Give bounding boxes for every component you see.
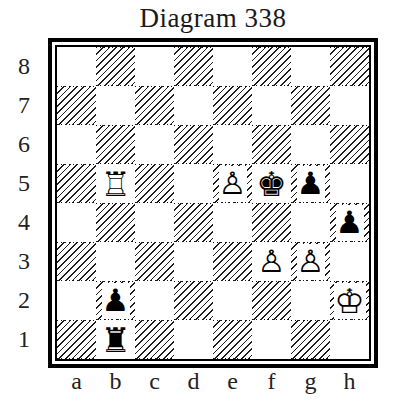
rank-label-6: 6 [8, 125, 40, 164]
square-d2 [174, 281, 213, 320]
square-g1 [291, 320, 330, 359]
square-d5 [174, 164, 213, 203]
file-label-d: d [174, 368, 213, 395]
file-label-a: a [57, 368, 96, 395]
board-border: ♖♙♚♟♟♙♙♟♔♜ [48, 38, 378, 368]
square-h1 [330, 320, 369, 359]
square-e8 [213, 47, 252, 86]
square-c7 [135, 86, 174, 125]
square-b8 [96, 47, 135, 86]
square-h2: ♔ [330, 281, 369, 320]
square-b3 [96, 242, 135, 281]
chess-board: ♖♙♚♟♟♙♙♟♔♜ [55, 45, 371, 361]
square-b2: ♟ [96, 281, 135, 320]
square-g6 [291, 125, 330, 164]
square-f4 [252, 203, 291, 242]
square-a7 [57, 86, 96, 125]
square-d7 [174, 86, 213, 125]
white-rook: ♖ [100, 166, 132, 202]
square-f8 [252, 47, 291, 86]
square-b1: ♜ [96, 320, 135, 359]
square-g8 [291, 47, 330, 86]
diagram-title: Diagram 338 [48, 3, 378, 34]
square-a5 [57, 164, 96, 203]
square-c5 [135, 164, 174, 203]
square-h5 [330, 164, 369, 203]
white-pawn: ♙ [297, 244, 325, 280]
rank-labels: 87654321 [8, 47, 40, 359]
rank-label-8: 8 [8, 47, 40, 86]
rank-label-1: 1 [8, 320, 40, 359]
rank-label-4: 4 [8, 203, 40, 242]
square-f2 [252, 281, 291, 320]
square-e5: ♙ [213, 164, 252, 203]
square-d8 [174, 47, 213, 86]
square-f3: ♙ [252, 242, 291, 281]
black-pawn: ♟ [102, 283, 130, 319]
square-e1 [213, 320, 252, 359]
square-c2 [135, 281, 174, 320]
square-a4 [57, 203, 96, 242]
square-e2 [213, 281, 252, 320]
square-f7 [252, 86, 291, 125]
square-d3 [174, 242, 213, 281]
square-h4: ♟ [330, 203, 369, 242]
black-king: ♚ [256, 166, 288, 202]
square-a8 [57, 47, 96, 86]
square-f5: ♚ [252, 164, 291, 203]
square-a2 [57, 281, 96, 320]
black-rook: ♜ [100, 322, 132, 358]
file-label-f: f [252, 368, 291, 395]
square-f6 [252, 125, 291, 164]
square-a1 [57, 320, 96, 359]
square-g3: ♙ [291, 242, 330, 281]
white-king: ♔ [334, 283, 366, 319]
square-e6 [213, 125, 252, 164]
file-labels: abcdefgh [57, 368, 369, 395]
square-a3 [57, 242, 96, 281]
square-h8 [330, 47, 369, 86]
square-c4 [135, 203, 174, 242]
black-pawn: ♟ [336, 205, 364, 241]
square-c3 [135, 242, 174, 281]
square-d6 [174, 125, 213, 164]
black-pawn: ♟ [297, 166, 325, 202]
square-c6 [135, 125, 174, 164]
square-f1 [252, 320, 291, 359]
square-g7 [291, 86, 330, 125]
square-h6 [330, 125, 369, 164]
square-e3 [213, 242, 252, 281]
square-d4 [174, 203, 213, 242]
file-label-e: e [213, 368, 252, 395]
rank-label-3: 3 [8, 242, 40, 281]
white-pawn: ♙ [219, 166, 247, 202]
rank-label-5: 5 [8, 164, 40, 203]
square-b6 [96, 125, 135, 164]
file-label-c: c [135, 368, 174, 395]
book-page: Diagram 338 87654321 ♖♙♚♟♟♙♙♟♔♜ abcdefgh [0, 0, 400, 400]
square-c1 [135, 320, 174, 359]
square-g2 [291, 281, 330, 320]
square-e7 [213, 86, 252, 125]
file-label-g: g [291, 368, 330, 395]
file-label-h: h [330, 368, 369, 395]
square-d1 [174, 320, 213, 359]
rank-label-7: 7 [8, 86, 40, 125]
white-pawn: ♙ [258, 244, 286, 280]
square-c8 [135, 47, 174, 86]
square-b5: ♖ [96, 164, 135, 203]
square-b4 [96, 203, 135, 242]
file-label-b: b [96, 368, 135, 395]
square-g4 [291, 203, 330, 242]
square-h7 [330, 86, 369, 125]
square-g5: ♟ [291, 164, 330, 203]
square-b7 [96, 86, 135, 125]
square-a6 [57, 125, 96, 164]
square-e4 [213, 203, 252, 242]
rank-label-2: 2 [8, 281, 40, 320]
square-h3 [330, 242, 369, 281]
